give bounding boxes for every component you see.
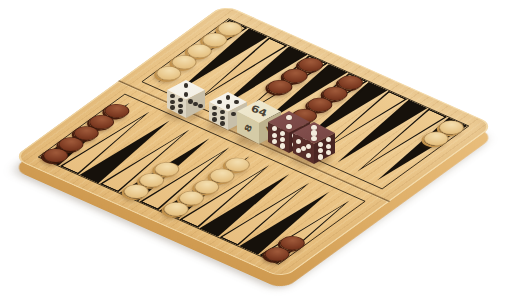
die-pip [318, 154, 323, 159]
die-pip [178, 109, 183, 114]
die-pip [280, 143, 285, 148]
backgammon-scene: 6482 [0, 0, 512, 303]
die-pip [226, 104, 231, 109]
die-pip [306, 153, 311, 158]
dice-layer: 6482 [0, 0, 512, 303]
die-pip [217, 100, 222, 105]
die-pip [184, 83, 189, 88]
die-pip [220, 116, 225, 121]
die-pip [311, 130, 316, 135]
die-pip [286, 124, 291, 129]
white-die-1[interactable] [167, 80, 205, 118]
die-pip [178, 104, 183, 109]
die-pip [178, 98, 183, 103]
die-pip [272, 133, 277, 138]
die-pip [226, 95, 231, 100]
die-pip [184, 92, 189, 97]
die-pip [220, 121, 225, 126]
die-pip [311, 125, 316, 130]
brown-die-2[interactable] [293, 122, 335, 164]
die-pip [306, 144, 311, 149]
die-pip [318, 142, 323, 147]
die-pip [220, 110, 225, 115]
die-pip [286, 115, 291, 120]
die-pip [311, 136, 316, 141]
die-pip [231, 112, 236, 117]
